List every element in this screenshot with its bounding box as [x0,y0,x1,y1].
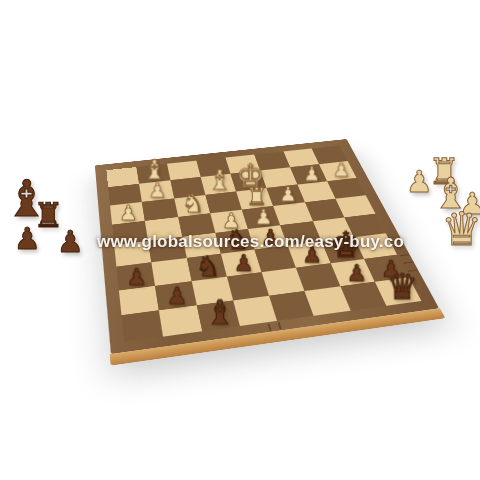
piece-black-knight[interactable]: ♞ [225,226,249,253]
piece-white-bishop[interactable]: ♝ [208,167,232,194]
captured-piece-white-pawn[interactable]: ♟ [406,167,433,197]
square-b3[interactable] [152,258,192,286]
fold-line [278,322,283,330]
square-c5[interactable] [178,213,215,237]
square-b6[interactable] [142,198,178,220]
captured-piece-white-queen[interactable]: ♛ [441,206,480,252]
piece-black-pawn[interactable]: ♟ [127,266,148,289]
square-a6[interactable]: ♟ [110,202,145,225]
piece-white-knight[interactable]: ♞ [182,191,205,216]
piece-black-bishop[interactable]: ♝ [205,296,235,329]
square-f1[interactable] [305,286,351,316]
square-c1[interactable]: ♝ [196,301,239,332]
square-b4[interactable] [148,237,186,262]
board-grid: ♝♟♝♚♟♟♟♞♜♟♟♟♞♟♟♞♟♟♚♟♟♟♝♛ [106,146,421,342]
product-photo-scene: ♝♟♝♚♟♟♟♞♜♟♟♟♞♟♟♞♟♟♚♟♟♟♝♛ ♝♜♟♟ ♜♟♝♟♛ www.… [0,0,480,480]
square-f2[interactable] [296,263,340,291]
piece-black-pawn[interactable]: ♟ [303,244,323,266]
piece-black-pawn[interactable]: ♟ [346,262,366,285]
piece-black-pawn[interactable]: ♟ [234,253,254,275]
piece-white-pawn[interactable]: ♟ [279,185,297,205]
square-b1[interactable] [159,305,202,336]
square-c6[interactable]: ♞ [174,195,210,217]
piece-white-pawn[interactable]: ♟ [303,164,320,183]
piece-white-pawn[interactable]: ♟ [332,161,349,180]
piece-white-pawn[interactable]: ♟ [119,203,138,224]
fold-line [268,324,272,332]
captured-piece-black-pawn[interactable]: ♟ [57,227,84,257]
piece-white-pawn[interactable]: ♟ [149,181,167,201]
piece-black-pawn[interactable]: ♟ [167,285,188,309]
piece-black-queen[interactable]: ♛ [386,269,418,305]
square-a4[interactable] [114,241,151,267]
captured-piece-black-pawn[interactable]: ♟ [14,224,41,254]
chess-board: ♝♟♝♚♟♟♟♞♜♟♟♟♞♟♟♞♟♟♚♟♟♟♝♛ [95,139,439,354]
piece-black-knight[interactable]: ♞ [196,252,221,280]
square-a1[interactable] [122,310,164,342]
piece-black-pawn[interactable]: ♟ [261,227,280,249]
fold-line [403,262,413,265]
square-a2[interactable] [119,286,159,315]
piece-black-king[interactable]: ♚ [330,227,362,263]
